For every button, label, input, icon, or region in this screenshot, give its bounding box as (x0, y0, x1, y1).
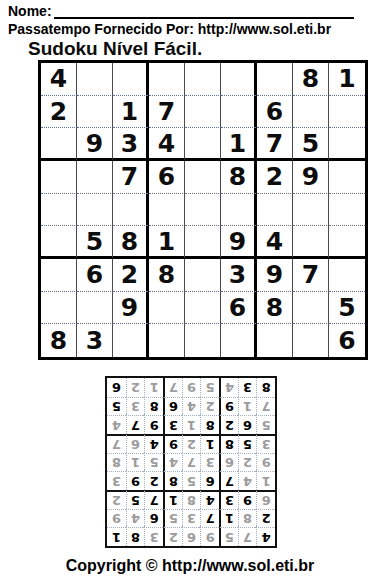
sudoku-cell (77, 292, 113, 325)
sudoku-cell: 1 (221, 128, 257, 161)
solution-cell: 6 (144, 509, 163, 528)
solution-cell: 1 (219, 509, 238, 528)
solution-cell: 1 (182, 415, 201, 434)
solution-cell: 3 (219, 490, 238, 509)
solution-cell: 5 (219, 527, 238, 546)
solution-cell: 2 (219, 415, 238, 434)
solution-cell: 1 (126, 453, 145, 472)
solution-cell: 4 (256, 527, 275, 546)
solution-cell: 3 (163, 415, 182, 434)
solution-cell: 1 (256, 471, 275, 490)
copyright-text: Copyright © http://www.sol.eti.br (0, 557, 380, 575)
solution-cell: 5 (256, 415, 275, 434)
solution-cell: 9 (107, 509, 126, 528)
sudoku-cell (221, 63, 257, 96)
solution-cell: 8 (200, 415, 219, 434)
solution-cell: 7 (219, 471, 238, 490)
solution-cell: 4 (182, 397, 201, 416)
solution-cell: 8 (256, 378, 275, 397)
solution-cell: 2 (256, 509, 275, 528)
solution-cell: 9 (163, 434, 182, 453)
sudoku-cell (257, 324, 293, 357)
solution-cell: 4 (200, 490, 219, 509)
sudoku-cell: 6 (77, 259, 113, 292)
sudoku-cell: 9 (113, 292, 149, 325)
sudoku-cell (41, 292, 77, 325)
sudoku-cell: 5 (293, 128, 329, 161)
solution-cell: 6 (126, 434, 145, 453)
solution-cell: 8 (107, 453, 126, 472)
sudoku-cell: 8 (293, 63, 329, 96)
solution-cell: 9 (182, 378, 201, 397)
sudoku-cell (41, 194, 77, 227)
solution-cell: 2 (200, 397, 219, 416)
solution-cell: 1 (163, 490, 182, 509)
sudoku-cell: 9 (293, 161, 329, 194)
provider-text: Passatempo Fornecido Por: http://www.sol… (8, 21, 331, 37)
sudoku-cell: 4 (41, 63, 77, 96)
solution-cell: 4 (219, 378, 238, 397)
sudoku-cell: 8 (113, 226, 149, 259)
sudoku-cell (293, 96, 329, 129)
name-blank-line (54, 2, 354, 19)
solution-cell: 5 (163, 509, 182, 528)
solution-cell: 6 (182, 527, 201, 546)
solution-cell: 3 (256, 434, 275, 453)
solution-cell: 9 (126, 471, 145, 490)
name-label: Nome: (8, 3, 52, 19)
solution-cell: 9 (256, 453, 275, 472)
solution-grid: 4759623812817356496934817521476582939263… (105, 376, 277, 548)
solution-cell: 2 (144, 471, 163, 490)
sudoku-cell (257, 194, 293, 227)
sudoku-cell (221, 194, 257, 227)
sudoku-cell: 8 (149, 259, 185, 292)
sudoku-grid: 481217693417576829581946283979685836 (38, 60, 368, 360)
sudoku-cell (185, 63, 221, 96)
solution-cell: 6 (219, 453, 238, 472)
sudoku-cell (257, 63, 293, 96)
sudoku-cell (185, 226, 221, 259)
sudoku-cell: 6 (257, 96, 293, 129)
sudoku-cell: 2 (41, 96, 77, 129)
sudoku-cell (185, 259, 221, 292)
solution-cell: 1 (200, 434, 219, 453)
sudoku-cell: 5 (329, 292, 365, 325)
solution-cell: 7 (256, 397, 275, 416)
sudoku-cell (113, 63, 149, 96)
sudoku-cell: 9 (221, 226, 257, 259)
sudoku-cell: 3 (113, 128, 149, 161)
sudoku-cell: 6 (329, 324, 365, 357)
sudoku-cell (329, 161, 365, 194)
solution-cell: 6 (163, 397, 182, 416)
sudoku-cell: 1 (329, 63, 365, 96)
sudoku-cell (185, 324, 221, 357)
solution-cell: 2 (182, 434, 201, 453)
sudoku-cell: 7 (293, 259, 329, 292)
solution-cell: 6 (107, 378, 126, 397)
solution-cell: 9 (219, 397, 238, 416)
page-title: Sudoku Nível Fácil. (28, 38, 202, 60)
solution-cell: 3 (200, 453, 219, 472)
solution-cell: 5 (144, 453, 163, 472)
solution-cell: 6 (200, 471, 219, 490)
solution-cell: 3 (238, 378, 257, 397)
solution-cell: 3 (107, 471, 126, 490)
sudoku-cell (185, 194, 221, 227)
sudoku-cell: 7 (113, 161, 149, 194)
solution-cell: 2 (126, 378, 145, 397)
sudoku-cell (329, 96, 365, 129)
sudoku-cell: 6 (221, 292, 257, 325)
solution-cell: 6 (256, 490, 275, 509)
sudoku-cell (113, 324, 149, 357)
solution-cell: 9 (144, 415, 163, 434)
sudoku-cell: 7 (257, 128, 293, 161)
solution-cell: 5 (107, 397, 126, 416)
solution-cell: 1 (144, 378, 163, 397)
sudoku-cell (41, 226, 77, 259)
solution-cell: 5 (238, 434, 257, 453)
sudoku-cell (185, 161, 221, 194)
solution-cell: 5 (182, 471, 201, 490)
sudoku-cell (113, 194, 149, 227)
solution-cell: 2 (163, 527, 182, 546)
sudoku-cell: 5 (77, 226, 113, 259)
name-field-row: Nome: (8, 2, 354, 19)
solution-cell: 9 (200, 527, 219, 546)
sudoku-cell: 3 (77, 324, 113, 357)
sudoku-cell (221, 96, 257, 129)
solution-cell: 6 (238, 415, 257, 434)
sudoku-cell (293, 194, 329, 227)
sudoku-cell (221, 324, 257, 357)
solution-cell: 9 (238, 490, 257, 509)
solution-cell: 4 (238, 471, 257, 490)
sudoku-cell (293, 226, 329, 259)
sudoku-cell: 1 (113, 96, 149, 129)
sudoku-cell (329, 194, 365, 227)
sudoku-cell: 6 (149, 161, 185, 194)
solution-cell: 8 (238, 509, 257, 528)
sudoku-cell (149, 324, 185, 357)
sudoku-cell (149, 292, 185, 325)
sudoku-cell (41, 259, 77, 292)
solution-cell: 8 (182, 490, 201, 509)
sudoku-cell: 8 (257, 292, 293, 325)
solution-cell: 2 (107, 490, 126, 509)
solution-cell: 7 (107, 434, 126, 453)
sudoku-cell (329, 226, 365, 259)
solution-cell: 5 (200, 378, 219, 397)
solution-cell: 4 (144, 434, 163, 453)
solution-cell: 1 (238, 397, 257, 416)
solution-cell: 7 (163, 378, 182, 397)
sudoku-cell: 7 (149, 96, 185, 129)
sudoku-cell (293, 292, 329, 325)
solution-cell: 7 (200, 509, 219, 528)
solution-cell: 8 (126, 527, 145, 546)
sudoku-cell: 4 (149, 128, 185, 161)
solution-cell: 4 (107, 415, 126, 434)
sudoku-cell (77, 96, 113, 129)
sudoku-cell: 8 (221, 161, 257, 194)
sudoku-cell (77, 161, 113, 194)
solution-cell: 2 (238, 453, 257, 472)
sudoku-cell: 4 (257, 226, 293, 259)
solution-cell: 8 (219, 434, 238, 453)
sudoku-cell (77, 194, 113, 227)
sudoku-cell (185, 128, 221, 161)
solution-cell: 7 (144, 490, 163, 509)
sudoku-cell (149, 194, 185, 227)
sudoku-cell: 2 (113, 259, 149, 292)
sudoku-cell (41, 161, 77, 194)
solution-cell: 8 (163, 471, 182, 490)
sudoku-cell (77, 63, 113, 96)
sudoku-cell: 9 (257, 259, 293, 292)
solution-cell: 7 (238, 527, 257, 546)
sudoku-cell (185, 292, 221, 325)
solution-cell: 4 (126, 509, 145, 528)
solution-cell: 5 (126, 490, 145, 509)
sudoku-cell (185, 96, 221, 129)
solution-cell: 1 (107, 527, 126, 546)
solution-cell: 3 (144, 527, 163, 546)
sudoku-cell: 2 (257, 161, 293, 194)
sudoku-cell (293, 324, 329, 357)
solution-cell: 7 (182, 453, 201, 472)
sudoku-cell (329, 128, 365, 161)
sudoku-cell (149, 63, 185, 96)
solution-cell: 8 (144, 397, 163, 416)
sudoku-cell: 1 (149, 226, 185, 259)
sudoku-cell: 9 (77, 128, 113, 161)
sudoku-cell (329, 259, 365, 292)
sudoku-cell (41, 128, 77, 161)
sudoku-cell: 8 (41, 324, 77, 357)
solution-cell: 4 (163, 453, 182, 472)
solution-cell: 7 (126, 415, 145, 434)
solution-cell: 3 (126, 397, 145, 416)
sudoku-cell: 3 (221, 259, 257, 292)
solution-cell: 3 (182, 509, 201, 528)
